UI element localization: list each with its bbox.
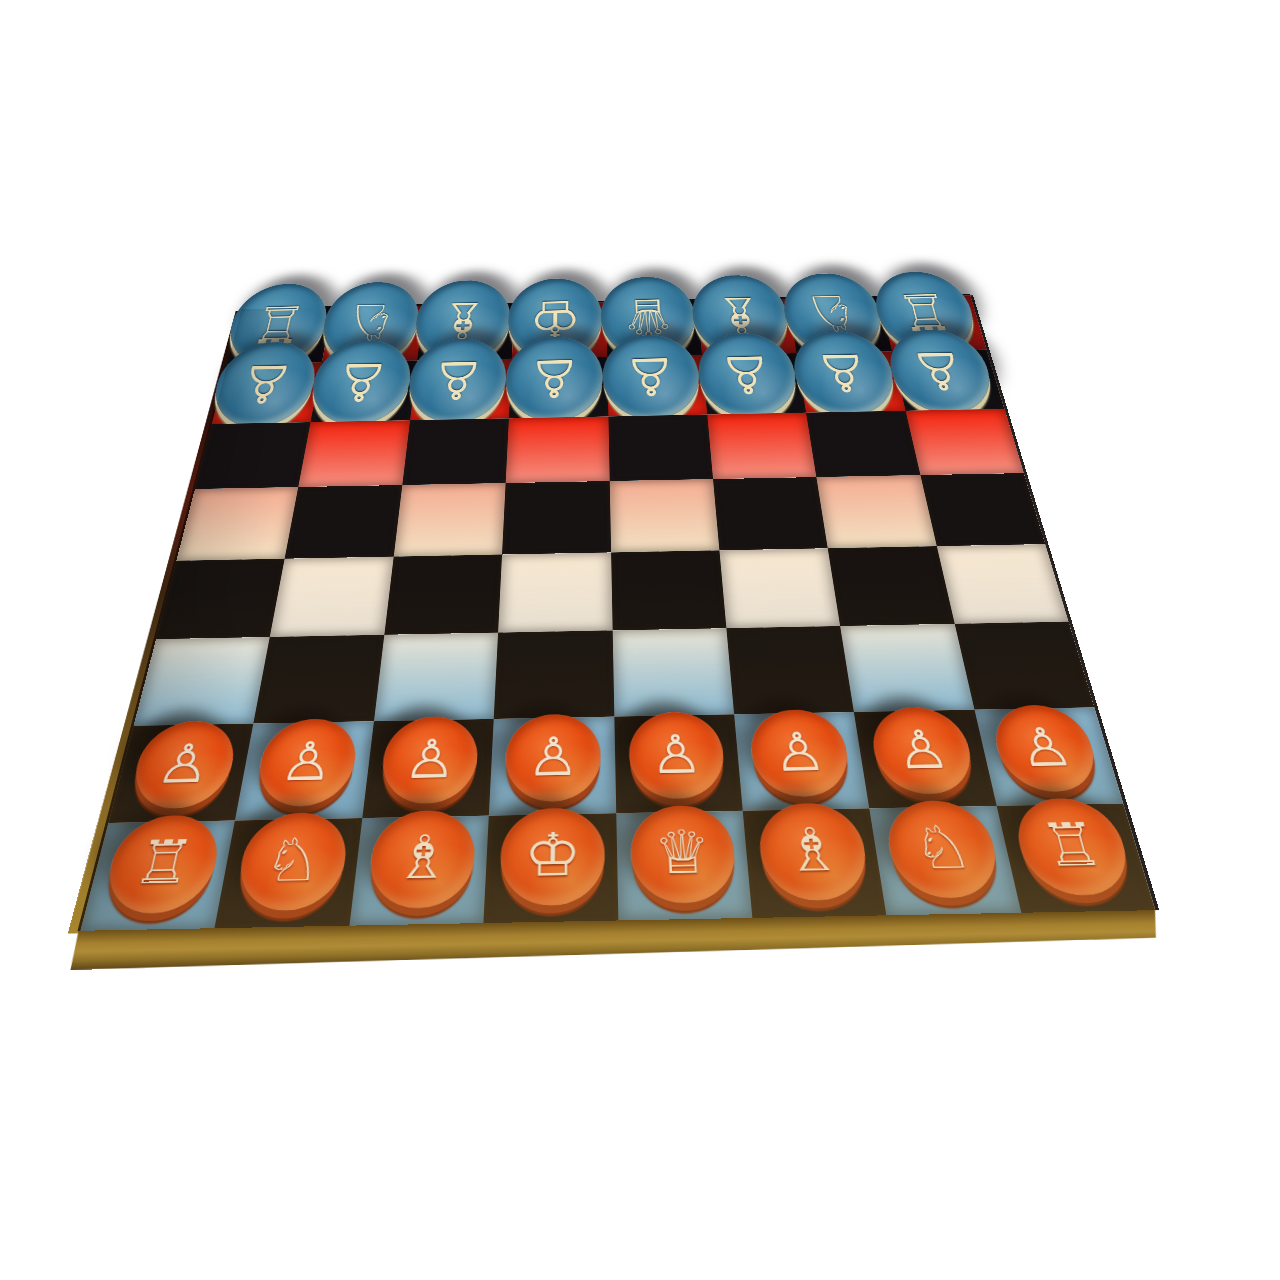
- square-b7[interactable]: ♙: [797, 352, 906, 413]
- piece-black-pawn[interactable]: ♙: [206, 341, 322, 428]
- square-e7[interactable]: ♙: [509, 357, 608, 418]
- square-g5[interactable]: [285, 485, 402, 558]
- pawn-glyph: ♙: [429, 354, 486, 407]
- square-h1[interactable]: ♖: [80, 820, 235, 931]
- queen-glyph: ♕: [653, 823, 713, 884]
- pawn-glyph: ♙: [1012, 721, 1078, 775]
- pawn-glyph: ♙: [649, 728, 704, 782]
- square-f2[interactable]: ♙: [362, 719, 494, 818]
- square-f4[interactable]: [384, 554, 502, 634]
- pawn-glyph: ♙: [277, 735, 337, 789]
- square-e6[interactable]: [506, 416, 610, 483]
- piece-white-rook[interactable]: ♖: [99, 814, 225, 913]
- piece-white-rook[interactable]: ♖: [1009, 797, 1139, 895]
- square-e2[interactable]: ♙: [489, 717, 616, 816]
- square-d1[interactable]: ♕: [616, 810, 752, 920]
- pawn-glyph: ♙: [152, 738, 216, 792]
- square-d6[interactable]: [608, 414, 713, 481]
- square-h5[interactable]: [176, 487, 298, 560]
- square-d2[interactable]: ♙: [614, 714, 743, 812]
- piece-white-pawn[interactable]: ♙: [628, 712, 727, 801]
- bishop-glyph: ♗: [780, 821, 845, 881]
- square-a2[interactable]: ♙: [974, 708, 1123, 806]
- piece-white-queen[interactable]: ♕: [629, 805, 738, 904]
- square-e5[interactable]: [502, 481, 611, 554]
- square-d3[interactable]: [612, 628, 734, 717]
- square-b2[interactable]: ♙: [854, 710, 996, 808]
- square-c2[interactable]: ♙: [734, 712, 869, 810]
- square-f5[interactable]: [394, 483, 506, 556]
- square-c7[interactable]: ♙: [702, 353, 806, 414]
- piece-white-pawn[interactable]: ♙: [378, 716, 480, 805]
- square-c6[interactable]: [707, 413, 816, 480]
- piece-white-king[interactable]: ♔: [499, 807, 606, 906]
- piece-white-pawn[interactable]: ♙: [504, 714, 601, 803]
- square-h4[interactable]: [156, 558, 285, 639]
- square-d7[interactable]: ♙: [607, 355, 707, 416]
- piece-white-bishop[interactable]: ♗: [756, 802, 872, 901]
- piece-white-pawn[interactable]: ♙: [126, 721, 240, 811]
- piece-white-bishop[interactable]: ♗: [366, 810, 478, 909]
- square-e4[interactable]: [498, 552, 612, 632]
- square-g2[interactable]: ♙: [235, 721, 373, 820]
- square-g7[interactable]: ♙: [311, 361, 417, 422]
- pawn-glyph: ♙: [233, 357, 297, 410]
- square-a1[interactable]: ♖: [996, 803, 1155, 913]
- square-d4[interactable]: [611, 550, 727, 630]
- square-a7[interactable]: ♙: [892, 350, 1005, 411]
- square-h3[interactable]: [134, 637, 271, 726]
- piece-white-pawn[interactable]: ♙: [867, 707, 979, 796]
- board-tilt-wrapper: ♖♘♗♔♕♗♘♖♙♙♙♙♙♙♙♙♙♙♙♙♙♙♙♙♖♘♗♔♕♗♘♖: [0, 0, 1280, 1280]
- pawn-glyph: ♙: [527, 352, 581, 405]
- knight-glyph: ♘: [908, 818, 977, 878]
- square-b4[interactable]: [828, 546, 955, 626]
- square-b3[interactable]: [840, 624, 974, 712]
- pawn-glyph: ♙: [623, 350, 678, 402]
- square-h7[interactable]: ♙: [212, 362, 322, 424]
- square-a5[interactable]: [920, 473, 1045, 546]
- square-e1[interactable]: ♔: [484, 813, 618, 923]
- square-h6[interactable]: [195, 422, 311, 489]
- piece-white-knight[interactable]: ♘: [232, 812, 351, 911]
- piece-white-pawn[interactable]: ♙: [252, 718, 360, 807]
- pawn-glyph: ♙: [813, 346, 876, 398]
- piece-white-pawn[interactable]: ♙: [748, 709, 854, 798]
- square-g4[interactable]: [270, 556, 393, 637]
- rook-glyph: ♖: [128, 833, 199, 894]
- pawn-glyph: ♙: [402, 733, 458, 787]
- board-plane: ♖♘♗♔♕♗♘♖♙♙♙♙♙♙♙♙♙♙♙♙♙♙♙♙♖♘♗♔♕♗♘♖: [58, 295, 1167, 970]
- square-b5[interactable]: [817, 475, 937, 548]
- square-f6[interactable]: [402, 418, 509, 485]
- square-c4[interactable]: [719, 548, 840, 628]
- king-glyph: ♔: [523, 825, 581, 886]
- board-photo: ♖♘♗♔♕♗♘♖♙♙♙♙♙♙♙♙♙♙♙♙♙♙♙♙♖♘♗♔♕♗♘♖: [0, 0, 1280, 1280]
- pawn-glyph: ♙: [527, 731, 579, 785]
- pawn-glyph: ♙: [891, 724, 953, 778]
- knight-glyph: ♘: [260, 830, 326, 891]
- square-g3[interactable]: [254, 635, 385, 724]
- piece-white-pawn[interactable]: ♙: [987, 705, 1105, 794]
- square-b1[interactable]: ♘: [869, 806, 1020, 916]
- pawn-glyph: ♙: [770, 726, 828, 780]
- square-a4[interactable]: [936, 544, 1068, 624]
- square-h2[interactable]: ♙: [108, 724, 253, 823]
- square-e3[interactable]: [494, 630, 614, 719]
- square-c3[interactable]: [726, 626, 854, 715]
- rook-glyph: ♖: [1036, 816, 1109, 876]
- square-g6[interactable]: [299, 420, 410, 487]
- square-g1[interactable]: ♘: [215, 818, 362, 928]
- square-a6[interactable]: [905, 409, 1023, 475]
- square-b6[interactable]: [806, 411, 920, 478]
- square-c1[interactable]: ♗: [743, 808, 887, 918]
- square-a3[interactable]: [954, 622, 1094, 710]
- pawn-glyph: ♙: [718, 348, 777, 400]
- square-f3[interactable]: [374, 633, 498, 722]
- square-c5[interactable]: [713, 477, 828, 550]
- square-f7[interactable]: ♙: [410, 359, 512, 420]
- bishop-glyph: ♗: [391, 828, 453, 889]
- pawn-glyph: ♙: [907, 345, 973, 397]
- square-f1[interactable]: ♗: [349, 815, 489, 925]
- square-d5[interactable]: [609, 479, 719, 552]
- chessboard: ♖♘♗♔♕♗♘♖♙♙♙♙♙♙♙♙♙♙♙♙♙♙♙♙♖♘♗♔♕♗♘♖: [80, 295, 1155, 930]
- piece-white-knight[interactable]: ♘: [882, 800, 1005, 899]
- pawn-glyph: ♙: [331, 355, 392, 408]
